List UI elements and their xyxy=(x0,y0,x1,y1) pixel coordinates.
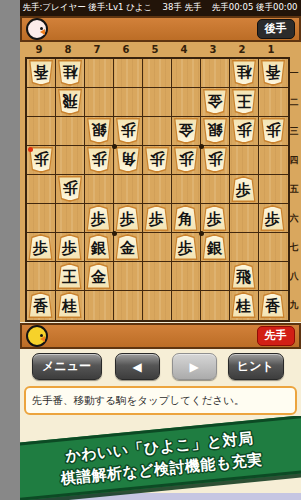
board-square-7-1[interactable] xyxy=(85,59,114,88)
piece-face: 歩 xyxy=(261,207,284,230)
file-label: 8 xyxy=(54,42,83,57)
file-label: 1 xyxy=(257,42,286,57)
piece-kanji: 歩 xyxy=(207,209,222,227)
piece-face: 桂 xyxy=(58,294,81,317)
shogi-board: 香桂桂香飛金王銀歩金銀歩歩歩歩角歩歩歩歩歩歩歩歩角歩歩歩歩銀金歩銀王金飛香桂桂香 xyxy=(25,57,290,322)
shogi-app: 先手:プレイヤー 後手:Lv1 ひよこ 38手 先手 先手00:05 後手00:… xyxy=(20,0,301,500)
board-square-5-6[interactable]: 歩 xyxy=(143,204,172,233)
board-area: 987654321 香桂桂香飛金王銀歩金銀歩歩歩歩角歩歩歩歩歩歩歩歩角歩歩歩歩銀… xyxy=(20,42,301,322)
board-square-8-9[interactable]: 桂 xyxy=(56,291,85,320)
gote-chick-avatar xyxy=(26,18,48,40)
file-label: 5 xyxy=(141,42,170,57)
piece-face: 歩 xyxy=(145,207,168,230)
board-square-3-5[interactable] xyxy=(201,175,230,204)
piece-face: 歩 xyxy=(232,178,255,201)
shogi-piece-sente-歩[interactable]: 歩 xyxy=(173,234,199,260)
board-square-4-1[interactable] xyxy=(172,59,201,88)
piece-kanji: 歩 xyxy=(149,209,164,227)
star-point xyxy=(199,231,204,236)
shogi-piece-gote-銀[interactable]: 銀 xyxy=(86,118,112,144)
piece-face: 歩 xyxy=(116,120,139,143)
shogi-piece-sente-銀[interactable]: 銀 xyxy=(202,234,228,260)
rank-label: 一 xyxy=(288,59,301,88)
rank-label: 三 xyxy=(288,117,301,146)
board-square-3-6[interactable]: 歩 xyxy=(201,204,230,233)
board-square-5-4[interactable]: 歩 xyxy=(143,146,172,175)
board-square-2-3[interactable]: 歩 xyxy=(230,117,259,146)
board-square-1-2[interactable] xyxy=(259,88,288,117)
piece-face: 歩 xyxy=(203,149,226,172)
board-square-2-9[interactable]: 桂 xyxy=(230,291,259,320)
piece-kanji: 銀 xyxy=(91,238,106,256)
piece-face: 桂 xyxy=(58,62,81,85)
board-square-6-8[interactable] xyxy=(114,262,143,291)
shogi-piece-gote-銀[interactable]: 銀 xyxy=(202,118,228,144)
piece-kanji: 歩 xyxy=(149,151,164,169)
board-square-3-9[interactable] xyxy=(201,291,230,320)
board-square-4-6[interactable]: 角 xyxy=(172,204,201,233)
sente-player-bar: 先手 xyxy=(20,323,301,349)
board-square-2-2[interactable]: 王 xyxy=(230,88,259,117)
shogi-piece-gote-歩[interactable]: 歩 xyxy=(144,147,170,173)
piece-kanji: 金 xyxy=(120,238,135,256)
piece-kanji: 歩 xyxy=(178,151,193,169)
board-square-3-8[interactable] xyxy=(201,262,230,291)
piece-face: 飛 xyxy=(58,91,81,114)
shogi-piece-gote-歩[interactable]: 歩 xyxy=(86,147,112,173)
board-square-9-3[interactable] xyxy=(27,117,56,146)
board-square-2-7[interactable] xyxy=(230,233,259,262)
board-square-1-5[interactable] xyxy=(259,175,288,204)
shogi-piece-gote-香[interactable]: 香 xyxy=(260,60,286,86)
chick-beak-icon xyxy=(40,29,45,35)
shogi-piece-gote-飛[interactable]: 飛 xyxy=(57,89,83,115)
rank-label: 五 xyxy=(288,175,301,204)
board-square-9-8[interactable] xyxy=(27,262,56,291)
board-square-3-4[interactable]: 歩 xyxy=(201,146,230,175)
piece-face: 香 xyxy=(261,294,284,317)
rank-labels: 一二三四五六七八九 xyxy=(288,59,301,320)
piece-face: 歩 xyxy=(58,178,81,201)
control-bar: メニュー ◀ ▶ ヒント xyxy=(20,353,301,381)
board-square-4-2[interactable] xyxy=(172,88,201,117)
piece-kanji: 王 xyxy=(62,267,77,285)
board-square-3-1[interactable] xyxy=(201,59,230,88)
board-square-3-3[interactable]: 銀 xyxy=(201,117,230,146)
shogi-piece-gote-桂[interactable]: 桂 xyxy=(57,60,83,86)
board-square-7-4[interactable]: 歩 xyxy=(85,146,114,175)
board-square-5-5[interactable] xyxy=(143,175,172,204)
board-square-9-2[interactable] xyxy=(27,88,56,117)
piece-face: 香 xyxy=(261,62,284,85)
piece-kanji: 桂 xyxy=(236,64,251,82)
piece-face: 金 xyxy=(203,91,226,114)
status-clocks: 先手00:05 後手00:00 xyxy=(212,2,298,14)
board-square-6-9[interactable] xyxy=(114,291,143,320)
status-players: 先手:プレイヤー 後手:Lv1 ひよこ xyxy=(23,2,153,14)
piece-kanji: 香 xyxy=(265,296,280,314)
shogi-piece-sente-歩[interactable]: 歩 xyxy=(202,205,228,231)
board-square-9-5[interactable] xyxy=(27,175,56,204)
board-square-7-9[interactable] xyxy=(85,291,114,320)
piece-face: 銀 xyxy=(203,236,226,259)
shogi-piece-gote-歩[interactable]: 歩 xyxy=(260,118,286,144)
piece-kanji: 銀 xyxy=(207,238,222,256)
file-label: 9 xyxy=(25,42,54,57)
shogi-piece-sente-金[interactable]: 金 xyxy=(86,263,112,289)
menu-button[interactable]: メニュー xyxy=(32,353,102,380)
file-label: 6 xyxy=(112,42,141,57)
piece-face: 歩 xyxy=(58,236,81,259)
board-square-1-3[interactable]: 歩 xyxy=(259,117,288,146)
file-label: 3 xyxy=(199,42,228,57)
piece-kanji: 金 xyxy=(178,122,193,140)
shogi-piece-gote-角[interactable]: 角 xyxy=(115,147,141,173)
board-square-9-1[interactable]: 香 xyxy=(27,59,56,88)
board-square-5-1[interactable] xyxy=(143,59,172,88)
shogi-piece-sente-桂[interactable]: 桂 xyxy=(57,292,83,318)
piece-face: 銀 xyxy=(203,120,226,143)
board-square-6-2[interactable] xyxy=(114,88,143,117)
piece-kanji: 歩 xyxy=(91,209,106,227)
board-square-8-5[interactable]: 歩 xyxy=(56,175,85,204)
last-move-marker xyxy=(28,147,33,152)
board-square-7-6[interactable]: 歩 xyxy=(85,204,114,233)
board-square-1-4[interactable] xyxy=(259,146,288,175)
file-label: 4 xyxy=(170,42,199,57)
board-square-9-9[interactable]: 香 xyxy=(27,291,56,320)
star-point xyxy=(112,231,117,236)
status-move-info: 38手 先手 xyxy=(162,2,201,14)
chick-beak-icon xyxy=(40,336,45,342)
shogi-piece-sente-歩[interactable]: 歩 xyxy=(28,234,54,260)
piece-kanji: 銀 xyxy=(207,122,222,140)
piece-kanji: 飛 xyxy=(236,267,251,285)
shogi-piece-sente-歩[interactable]: 歩 xyxy=(231,176,257,202)
shogi-piece-gote-金[interactable]: 金 xyxy=(202,89,228,115)
board-square-8-1[interactable]: 桂 xyxy=(56,59,85,88)
piece-kanji: 歩 xyxy=(62,238,77,256)
piece-face: 角 xyxy=(174,207,197,230)
piece-kanji: 歩 xyxy=(265,122,280,140)
piece-face: 歩 xyxy=(29,149,52,172)
board-square-8-6[interactable] xyxy=(56,204,85,233)
piece-face: 金 xyxy=(116,236,139,259)
piece-face: 歩 xyxy=(261,120,284,143)
piece-face: 歩 xyxy=(232,120,255,143)
turn-message: 先手番、移動する駒をタップしてください。 xyxy=(24,386,297,415)
shogi-piece-sente-王[interactable]: 王 xyxy=(57,263,83,289)
promo-banner: かわいい「ひよこ」と対局 棋譜解析など検討機能も充実 xyxy=(20,416,301,500)
board-square-5-9[interactable] xyxy=(143,291,172,320)
board-square-7-3[interactable]: 銀 xyxy=(85,117,114,146)
hint-button[interactable]: ヒント xyxy=(228,353,284,380)
piece-kanji: 角 xyxy=(178,209,193,227)
piece-face: 金 xyxy=(87,265,110,288)
shogi-piece-gote-香[interactable]: 香 xyxy=(28,60,54,86)
file-label: 2 xyxy=(228,42,257,57)
shogi-piece-gote-歩[interactable]: 歩 xyxy=(173,147,199,173)
board-square-1-9[interactable]: 香 xyxy=(259,291,288,320)
piece-kanji: 銀 xyxy=(91,122,106,140)
prev-move-button[interactable]: ◀ xyxy=(115,353,160,380)
piece-face: 飛 xyxy=(232,265,255,288)
piece-face: 香 xyxy=(29,62,52,85)
board-square-2-5[interactable]: 歩 xyxy=(230,175,259,204)
board-square-9-4[interactable]: 歩 xyxy=(27,146,56,175)
piece-face: 銀 xyxy=(87,236,110,259)
board-square-2-1[interactable]: 桂 xyxy=(230,59,259,88)
board-square-7-7[interactable]: 銀 xyxy=(85,233,114,262)
file-label: 7 xyxy=(83,42,112,57)
piece-kanji: 歩 xyxy=(265,209,280,227)
shogi-piece-sente-金[interactable]: 金 xyxy=(115,234,141,260)
shogi-piece-sente-歩[interactable]: 歩 xyxy=(260,205,286,231)
piece-face: 歩 xyxy=(29,236,52,259)
board-square-4-5[interactable] xyxy=(172,175,201,204)
next-move-button[interactable]: ▶ xyxy=(172,353,217,380)
board-square-8-4[interactable] xyxy=(56,146,85,175)
board-square-6-1[interactable] xyxy=(114,59,143,88)
board-square-4-8[interactable] xyxy=(172,262,201,291)
piece-face: 金 xyxy=(174,120,197,143)
board-square-2-6[interactable] xyxy=(230,204,259,233)
piece-kanji: 歩 xyxy=(120,122,135,140)
shogi-piece-sente-歩[interactable]: 歩 xyxy=(86,205,112,231)
piece-kanji: 歩 xyxy=(33,151,48,169)
piece-face: 角 xyxy=(116,149,139,172)
file-labels: 987654321 xyxy=(25,42,286,57)
shogi-piece-sente-香[interactable]: 香 xyxy=(28,292,54,318)
shogi-piece-gote-歩[interactable]: 歩 xyxy=(202,147,228,173)
piece-kanji: 飛 xyxy=(62,93,77,111)
piece-face: 銀 xyxy=(87,120,110,143)
board-square-6-3[interactable]: 歩 xyxy=(114,117,143,146)
shogi-piece-gote-金[interactable]: 金 xyxy=(173,118,199,144)
board-square-8-2[interactable]: 飛 xyxy=(56,88,85,117)
piece-kanji: 桂 xyxy=(236,296,251,314)
board-square-7-2[interactable] xyxy=(85,88,114,117)
board-square-1-6[interactable]: 歩 xyxy=(259,204,288,233)
shogi-piece-sente-歩[interactable]: 歩 xyxy=(115,205,141,231)
star-point xyxy=(199,144,204,149)
rank-label: 七 xyxy=(288,233,301,262)
piece-kanji: 歩 xyxy=(62,180,77,198)
board-square-7-8[interactable]: 金 xyxy=(85,262,114,291)
board-square-8-3[interactable] xyxy=(56,117,85,146)
shogi-piece-sente-飛[interactable]: 飛 xyxy=(231,263,257,289)
rank-label: 六 xyxy=(288,204,301,233)
piece-kanji: 歩 xyxy=(33,238,48,256)
board-square-4-3[interactable]: 金 xyxy=(172,117,201,146)
board-square-6-5[interactable] xyxy=(114,175,143,204)
piece-face: 桂 xyxy=(232,294,255,317)
board-square-1-7[interactable] xyxy=(259,233,288,262)
piece-face: 桂 xyxy=(232,62,255,85)
piece-face: 歩 xyxy=(145,149,168,172)
piece-kanji: 角 xyxy=(120,151,135,169)
board-square-5-7[interactable] xyxy=(143,233,172,262)
board-square-3-7[interactable]: 銀 xyxy=(201,233,230,262)
rank-label: 四 xyxy=(288,146,301,175)
shogi-piece-gote-桂[interactable]: 桂 xyxy=(231,60,257,86)
sente-badge: 先手 xyxy=(257,326,295,345)
star-point xyxy=(112,144,117,149)
board-square-8-7[interactable]: 歩 xyxy=(56,233,85,262)
piece-kanji: 歩 xyxy=(120,209,135,227)
sente-chick-avatar xyxy=(26,325,48,347)
shogi-piece-sente-香[interactable]: 香 xyxy=(260,292,286,318)
rank-label: 八 xyxy=(288,262,301,291)
board-square-5-3[interactable] xyxy=(143,117,172,146)
piece-kanji: 香 xyxy=(33,64,48,82)
board-square-8-8[interactable]: 王 xyxy=(56,262,85,291)
piece-kanji: 歩 xyxy=(236,180,251,198)
piece-face: 歩 xyxy=(87,207,110,230)
board-square-5-2[interactable] xyxy=(143,88,172,117)
board-square-7-5[interactable] xyxy=(85,175,114,204)
piece-kanji: 歩 xyxy=(236,122,251,140)
piece-face: 歩 xyxy=(203,207,226,230)
piece-face: 歩 xyxy=(87,149,110,172)
shogi-piece-sente-桂[interactable]: 桂 xyxy=(231,292,257,318)
board-square-3-2[interactable]: 金 xyxy=(201,88,230,117)
rank-label: 二 xyxy=(288,88,301,117)
shogi-piece-sente-角[interactable]: 角 xyxy=(173,205,199,231)
board-grid: 香桂桂香飛金王銀歩金銀歩歩歩歩角歩歩歩歩歩歩歩歩角歩歩歩歩銀金歩銀王金飛香桂桂香 xyxy=(27,59,288,320)
piece-kanji: 香 xyxy=(33,296,48,314)
piece-kanji: 金 xyxy=(91,267,106,285)
piece-face: 歩 xyxy=(174,149,197,172)
board-square-6-7[interactable]: 金 xyxy=(114,233,143,262)
shogi-piece-gote-歩[interactable]: 歩 xyxy=(57,176,83,202)
piece-face: 香 xyxy=(29,294,52,317)
board-square-2-8[interactable]: 飛 xyxy=(230,262,259,291)
board-square-1-8[interactable] xyxy=(259,262,288,291)
footer-area: かわいい「ひよこ」と対局 棋譜解析など検討機能も充実 xyxy=(20,416,301,500)
shogi-piece-gote-王[interactable]: 王 xyxy=(231,89,257,115)
shogi-piece-sente-歩[interactable]: 歩 xyxy=(57,234,83,260)
piece-face: 歩 xyxy=(174,236,197,259)
piece-face: 王 xyxy=(58,265,81,288)
gote-badge: 後手 xyxy=(257,19,295,38)
piece-kanji: 香 xyxy=(265,64,280,82)
gote-player-bar: 後手 xyxy=(20,16,301,42)
shogi-piece-sente-銀[interactable]: 銀 xyxy=(86,234,112,260)
board-square-6-6[interactable]: 歩 xyxy=(114,204,143,233)
board-square-6-4[interactable]: 角 xyxy=(114,146,143,175)
board-square-4-4[interactable]: 歩 xyxy=(172,146,201,175)
shogi-piece-sente-歩[interactable]: 歩 xyxy=(144,205,170,231)
shogi-piece-gote-歩[interactable]: 歩 xyxy=(115,118,141,144)
status-bar: 先手:プレイヤー 後手:Lv1 ひよこ 38手 先手 先手00:05 後手00:… xyxy=(20,0,301,16)
piece-kanji: 桂 xyxy=(62,296,77,314)
board-square-2-4[interactable] xyxy=(230,146,259,175)
piece-kanji: 歩 xyxy=(91,151,106,169)
piece-kanji: 桂 xyxy=(62,64,77,82)
board-square-4-9[interactable] xyxy=(172,291,201,320)
board-square-9-6[interactable] xyxy=(27,204,56,233)
board-square-9-7[interactable]: 歩 xyxy=(27,233,56,262)
board-square-1-1[interactable]: 香 xyxy=(259,59,288,88)
rank-label: 九 xyxy=(288,291,301,320)
piece-face: 王 xyxy=(232,91,255,114)
piece-kanji: 歩 xyxy=(207,151,222,169)
board-square-5-8[interactable] xyxy=(143,262,172,291)
piece-kanji: 王 xyxy=(236,93,251,111)
piece-face: 歩 xyxy=(116,207,139,230)
shogi-piece-gote-歩[interactable]: 歩 xyxy=(231,118,257,144)
piece-kanji: 金 xyxy=(207,93,222,111)
piece-kanji: 歩 xyxy=(178,238,193,256)
board-square-4-7[interactable]: 歩 xyxy=(172,233,201,262)
